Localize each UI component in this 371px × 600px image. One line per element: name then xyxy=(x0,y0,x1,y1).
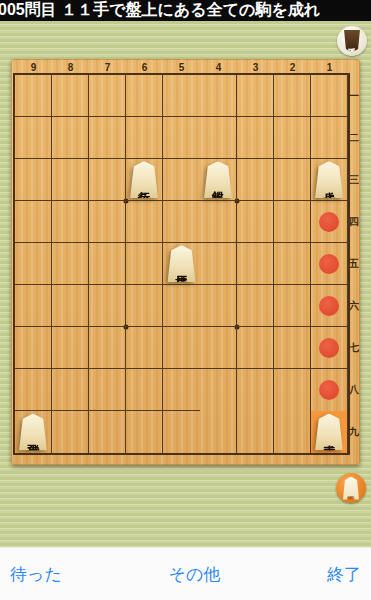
square-3-6[interactable] xyxy=(237,285,274,327)
square-3-9[interactable] xyxy=(237,411,274,453)
square-2-5[interactable] xyxy=(274,243,311,285)
square-5-8[interactable] xyxy=(163,369,200,411)
square-8-5[interactable] xyxy=(52,243,89,285)
title-bar: 005問目 １１手で盤上にある全ての駒を成れ xyxy=(0,0,371,21)
move-hint-dot[interactable] xyxy=(319,338,339,358)
square-6-1[interactable] xyxy=(126,75,163,117)
square-3-4[interactable] xyxy=(237,201,274,243)
shogi-piece-lance[interactable]: 香車 xyxy=(314,414,345,451)
app-screen: 005問目 １１手で盤上にある全ての駒を成れ 後手 987654321 一二三四… xyxy=(0,0,371,600)
square-3-5[interactable] xyxy=(237,243,274,285)
square-5-3[interactable] xyxy=(163,159,200,201)
square-3-8[interactable] xyxy=(237,369,274,411)
square-4-6[interactable] xyxy=(200,285,237,327)
square-8-7[interactable] xyxy=(52,327,89,369)
square-9-7[interactable] xyxy=(15,327,52,369)
square-5-5[interactable]: 桂馬 xyxy=(163,243,200,285)
square-4-9[interactable] xyxy=(200,411,237,453)
square-1-1[interactable] xyxy=(311,75,348,117)
square-3-1[interactable] xyxy=(237,75,274,117)
square-1-8[interactable] xyxy=(311,369,348,411)
square-1-4[interactable] xyxy=(311,201,348,243)
square-6-7[interactable] xyxy=(126,327,163,369)
square-7-4[interactable] xyxy=(89,201,126,243)
square-7-9[interactable] xyxy=(89,411,126,453)
square-8-2[interactable] xyxy=(52,117,89,159)
square-1-7[interactable] xyxy=(311,327,348,369)
square-9-2[interactable] xyxy=(15,117,52,159)
square-7-1[interactable] xyxy=(89,75,126,117)
page-title: 005問目 １１手で盤上にある全ての駒を成れ xyxy=(0,0,320,21)
square-8-4[interactable] xyxy=(52,201,89,243)
sente-badge: 先手 xyxy=(336,473,366,503)
square-9-1[interactable] xyxy=(15,75,52,117)
square-2-2[interactable] xyxy=(274,117,311,159)
square-9-3[interactable] xyxy=(15,159,52,201)
shogi-board: 987654321 一二三四五六七八九 角行銀将歩兵桂馬飛車香車 xyxy=(11,59,360,465)
move-hint-dot[interactable] xyxy=(319,254,339,274)
square-9-4[interactable] xyxy=(15,201,52,243)
square-8-9[interactable] xyxy=(52,411,89,453)
square-9-9[interactable]: 飛車 xyxy=(15,411,52,453)
gote-piece-icon: 後手 xyxy=(343,30,362,53)
square-6-8[interactable] xyxy=(126,369,163,411)
square-7-6[interactable] xyxy=(89,285,126,327)
square-1-2[interactable] xyxy=(311,117,348,159)
square-4-3[interactable]: 銀将 xyxy=(200,159,237,201)
square-7-2[interactable] xyxy=(89,117,126,159)
shogi-piece-pawn[interactable]: 歩兵 xyxy=(314,161,345,198)
square-2-3[interactable] xyxy=(274,159,311,201)
square-3-7[interactable] xyxy=(237,327,274,369)
square-6-3[interactable]: 角行 xyxy=(126,159,163,201)
move-hint-dot[interactable] xyxy=(319,380,339,400)
square-9-6[interactable] xyxy=(15,285,52,327)
square-4-1[interactable] xyxy=(200,75,237,117)
bottom-toolbar: 待った その他 終了 xyxy=(0,547,371,600)
square-5-4[interactable] xyxy=(163,201,200,243)
square-1-3[interactable]: 歩兵 xyxy=(311,159,348,201)
square-7-8[interactable] xyxy=(89,369,126,411)
square-9-8[interactable] xyxy=(15,369,52,411)
square-6-2[interactable] xyxy=(126,117,163,159)
square-7-7[interactable] xyxy=(89,327,126,369)
square-3-3[interactable] xyxy=(237,159,274,201)
square-4-2[interactable] xyxy=(200,117,237,159)
square-5-6[interactable] xyxy=(163,285,200,327)
undo-button[interactable]: 待った xyxy=(10,563,62,586)
move-hint-dot[interactable] xyxy=(319,212,339,232)
square-4-4[interactable] xyxy=(200,201,237,243)
move-hint-dot[interactable] xyxy=(319,296,339,316)
sente-piece-icon: 先手 xyxy=(342,477,361,500)
square-2-1[interactable] xyxy=(274,75,311,117)
square-5-1[interactable] xyxy=(163,75,200,117)
square-4-7[interactable] xyxy=(200,327,237,369)
square-4-8[interactable] xyxy=(200,369,237,411)
square-1-5[interactable] xyxy=(311,243,348,285)
square-6-9[interactable] xyxy=(126,411,163,453)
square-3-2[interactable] xyxy=(237,117,274,159)
shogi-piece-bishop[interactable]: 角行 xyxy=(129,161,160,198)
board-grid: 角行銀将歩兵桂馬飛車香車 xyxy=(13,73,350,455)
square-8-6[interactable] xyxy=(52,285,89,327)
square-2-7[interactable] xyxy=(274,327,311,369)
square-6-5[interactable] xyxy=(126,243,163,285)
square-6-4[interactable] xyxy=(126,201,163,243)
square-2-6[interactable] xyxy=(274,285,311,327)
square-2-9[interactable] xyxy=(274,411,311,453)
square-1-6[interactable] xyxy=(311,285,348,327)
other-button[interactable]: その他 xyxy=(169,563,221,586)
square-5-9[interactable] xyxy=(163,411,200,453)
square-5-2[interactable] xyxy=(163,117,200,159)
square-6-6[interactable] xyxy=(126,285,163,327)
square-4-5[interactable] xyxy=(200,243,237,285)
square-8-1[interactable] xyxy=(52,75,89,117)
square-7-3[interactable] xyxy=(89,159,126,201)
square-8-8[interactable] xyxy=(52,369,89,411)
square-5-7[interactable] xyxy=(163,327,200,369)
square-8-3[interactable] xyxy=(52,159,89,201)
shogi-piece-rook[interactable]: 飛車 xyxy=(18,414,49,451)
square-9-5[interactable] xyxy=(15,243,52,285)
quit-button[interactable]: 終了 xyxy=(327,563,361,586)
shogi-piece-knight[interactable]: 桂馬 xyxy=(166,245,197,282)
square-2-8[interactable] xyxy=(274,369,311,411)
square-7-5[interactable] xyxy=(89,243,126,285)
square-1-9[interactable]: 香車 xyxy=(311,411,348,453)
gote-badge: 後手 xyxy=(337,26,367,56)
shogi-piece-silver[interactable]: 銀将 xyxy=(203,161,234,198)
square-2-4[interactable] xyxy=(274,201,311,243)
